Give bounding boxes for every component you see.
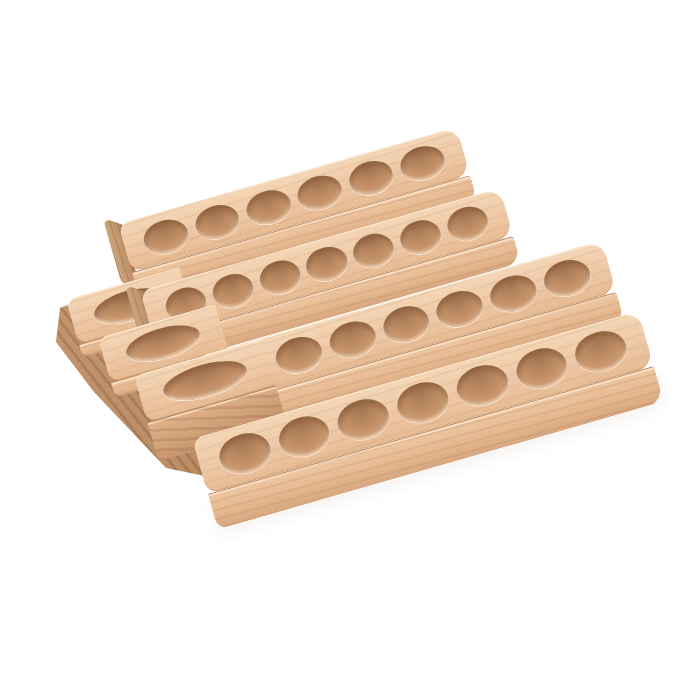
pit[interactable] [242, 185, 294, 229]
pit[interactable] [272, 332, 327, 379]
pit[interactable] [345, 155, 397, 199]
pit[interactable] [349, 229, 398, 272]
pit[interactable] [294, 170, 346, 214]
product-photo-stage [0, 0, 700, 700]
pit[interactable] [443, 202, 492, 245]
pit[interactable] [302, 242, 351, 285]
pit[interactable] [333, 393, 394, 446]
pit[interactable] [191, 200, 243, 244]
pit[interactable] [539, 255, 594, 302]
pit[interactable] [255, 255, 304, 298]
pit[interactable] [140, 214, 192, 258]
pit[interactable] [570, 325, 631, 378]
pit[interactable] [511, 342, 572, 395]
pit[interactable] [325, 316, 380, 363]
pit[interactable] [432, 286, 487, 333]
pit[interactable] [486, 270, 541, 317]
pit[interactable] [392, 376, 453, 429]
pit[interactable] [214, 427, 275, 480]
wooden-pit-board [0, 0, 700, 700]
pit[interactable] [452, 359, 513, 412]
pit[interactable] [379, 301, 434, 348]
pit[interactable] [396, 215, 445, 258]
pit[interactable] [396, 141, 448, 185]
pit[interactable] [274, 410, 335, 463]
